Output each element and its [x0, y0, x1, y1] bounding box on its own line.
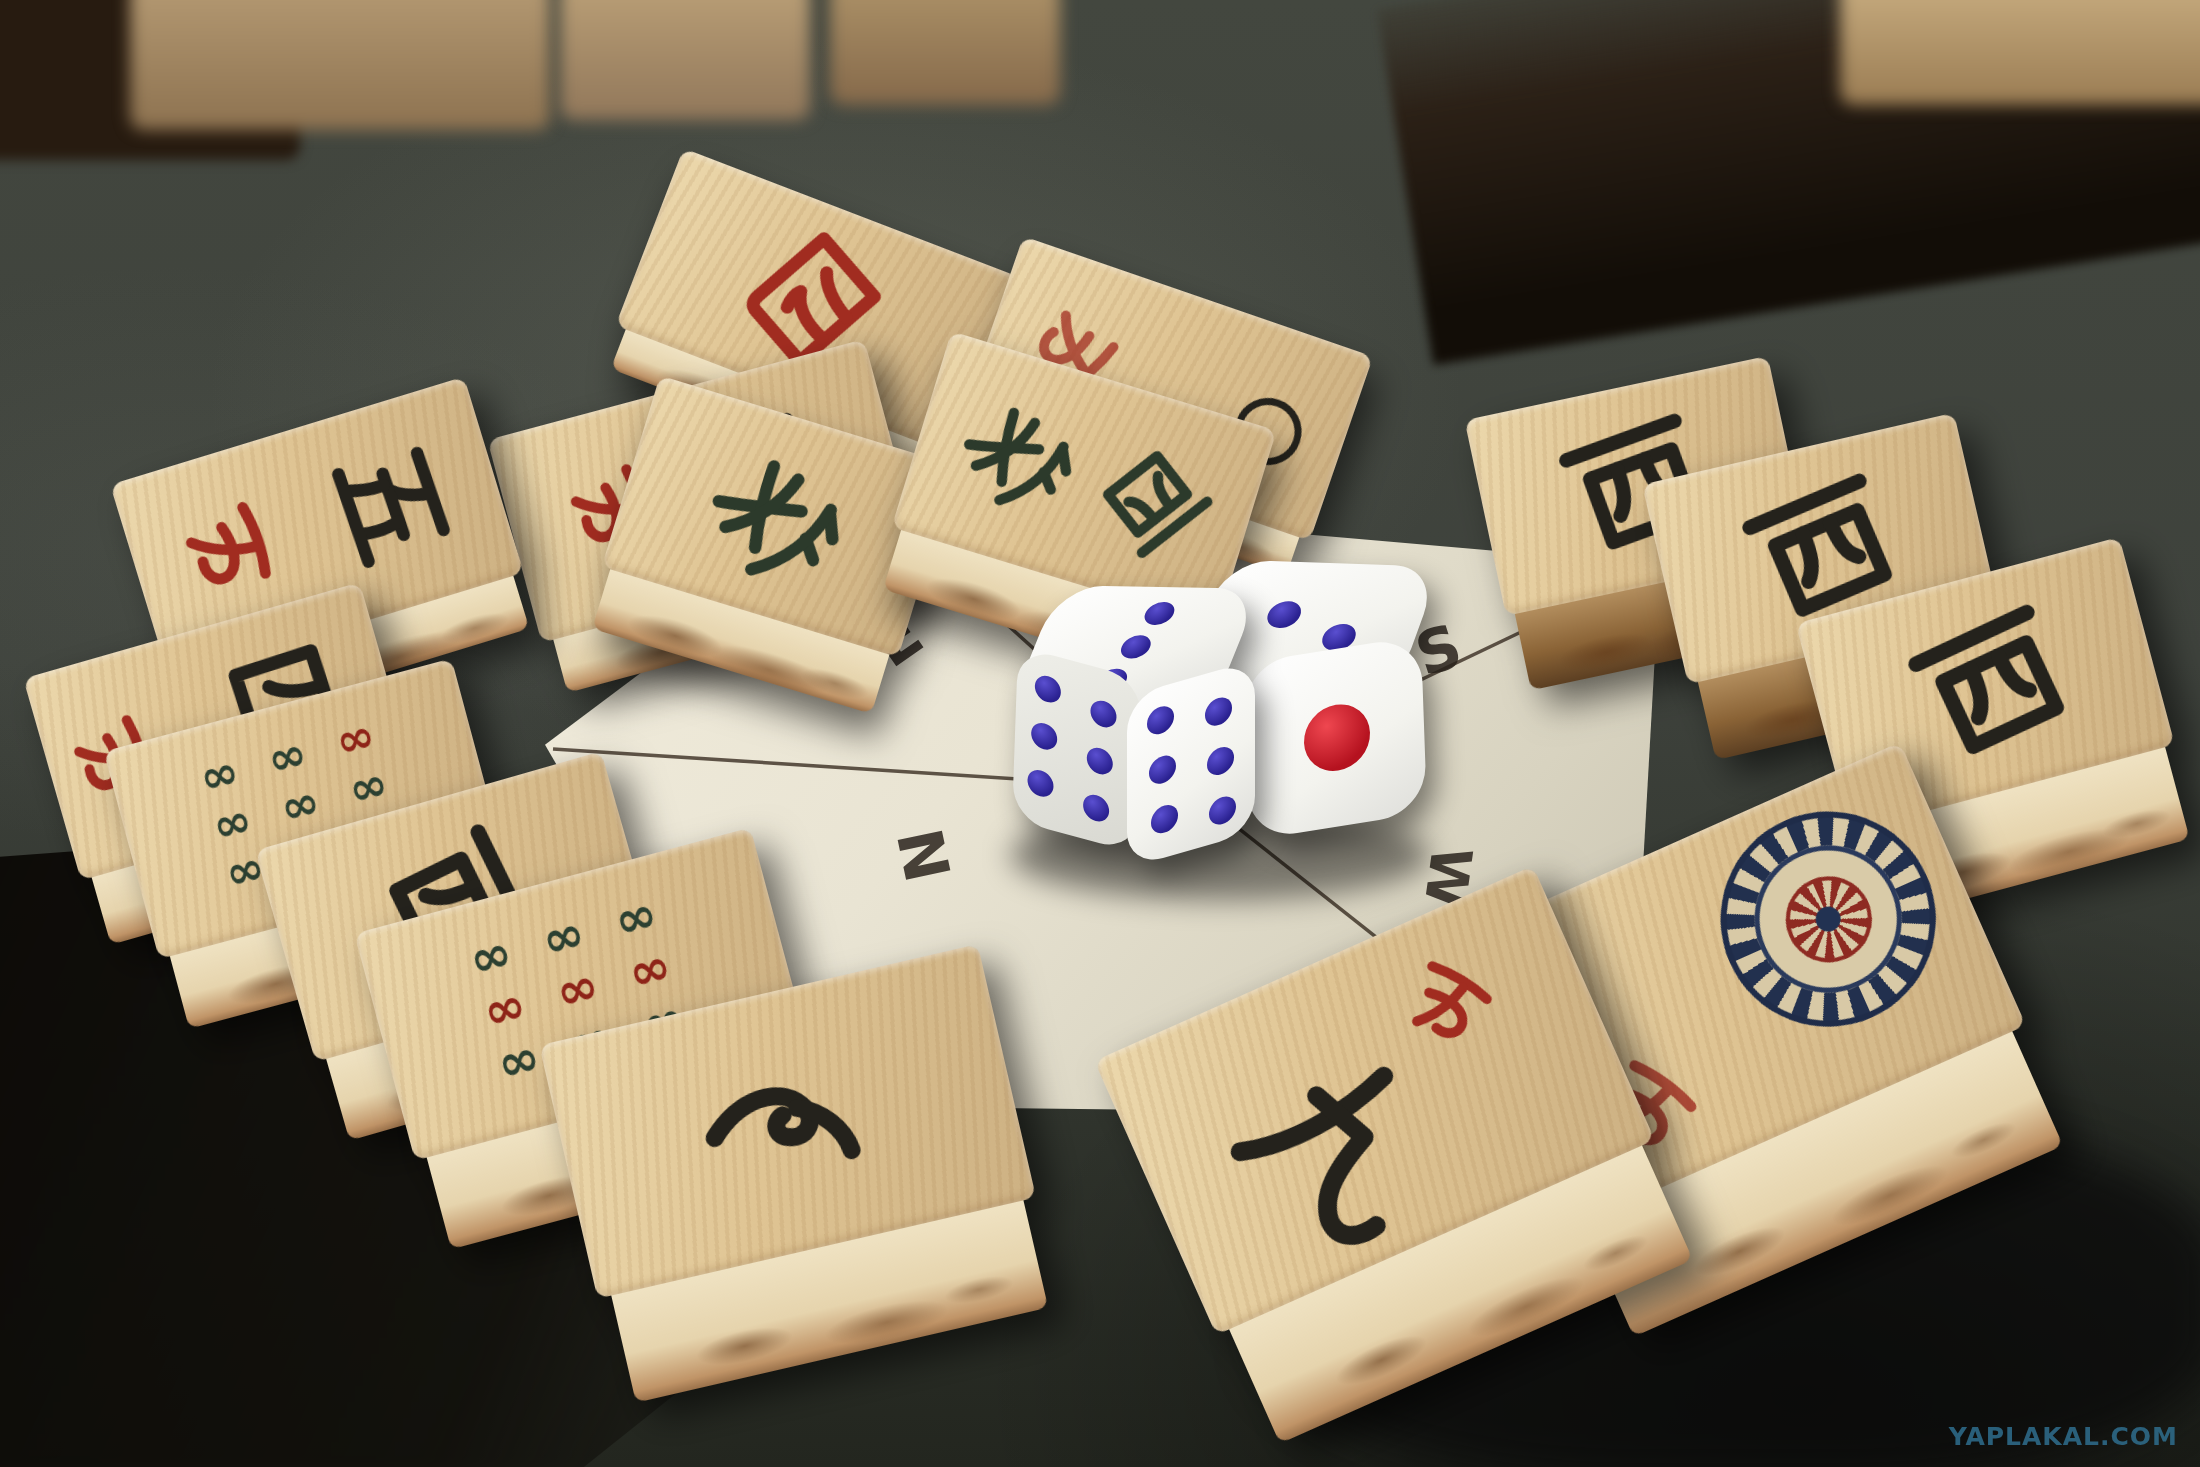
background-tile-stack: [130, 0, 550, 130]
watermark: YAPLAKAL.COM: [1949, 1422, 2178, 1451]
background-wooden-box: [1840, 0, 2200, 105]
front-die: [1015, 590, 1260, 875]
back-die-front-face: [1243, 635, 1427, 840]
background-tile-stack: [830, 0, 1060, 105]
red-one-pip: [1303, 700, 1371, 776]
background-tile-stack: [560, 0, 810, 120]
photo-scene: E S N W: [0, 0, 2200, 1467]
front-die-left-face: [1012, 646, 1142, 852]
one-pin-medallion: [1686, 777, 1970, 1061]
